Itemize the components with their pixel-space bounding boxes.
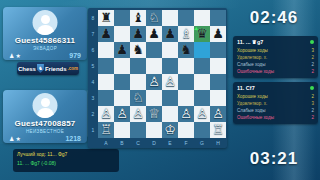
file-label-b: B xyxy=(114,138,130,147)
player-rating: 1218 xyxy=(65,135,81,142)
black-pawn: ♟ xyxy=(212,26,224,42)
logo-text-chess: Chess xyxy=(18,66,36,72)
best-move-text: Лучший ход: 11... Фg7 xyxy=(17,151,115,157)
square-a1[interactable]: ♖ xyxy=(98,122,114,138)
square-c5[interactable] xyxy=(130,58,146,74)
square-h1[interactable]: ♖ xyxy=(210,122,226,138)
file-label-f: F xyxy=(178,138,194,147)
square-c2[interactable]: ♙ xyxy=(130,106,146,122)
avatar-icon xyxy=(33,93,58,118)
white-pawn: ♙ xyxy=(100,106,112,122)
square-f8[interactable] xyxy=(178,10,194,26)
square-e4[interactable]: ♙ xyxy=(162,74,178,90)
quality-row-mistakes: Ошибочные ходы2 xyxy=(233,114,318,121)
square-f3[interactable] xyxy=(178,90,194,106)
square-h8[interactable] xyxy=(210,10,226,26)
square-c1[interactable] xyxy=(130,122,146,138)
player-badges: ♟★ xyxy=(9,52,22,59)
black-pawn: ♟ xyxy=(164,26,176,42)
rank-label-3: 3 xyxy=(88,90,98,106)
square-b2[interactable]: ♙ xyxy=(114,106,130,122)
analysis-box: Лучший ход: 11... Фg7 11. ... Фg7 (-0.08… xyxy=(13,149,119,172)
file-label-h: H xyxy=(210,138,226,147)
square-d6[interactable] xyxy=(146,42,162,58)
square-f2[interactable]: ♙ xyxy=(178,106,194,122)
quality-row-mistakes: Ошибочные ходы2 xyxy=(233,68,318,75)
avatar-icon xyxy=(33,10,58,35)
move-quality-dot-icon xyxy=(310,86,314,90)
square-e2[interactable] xyxy=(162,106,178,122)
square-g8[interactable] xyxy=(194,10,210,26)
square-e1[interactable]: ♔ xyxy=(162,122,178,138)
square-a8[interactable]: ♜ xyxy=(98,10,114,26)
panel-move-label: 11. Сf7 xyxy=(237,85,255,91)
white-bishop: ♗ xyxy=(180,26,192,42)
square-h5[interactable] xyxy=(210,58,226,74)
square-a2[interactable]: ♙ xyxy=(98,106,114,122)
white-pawn: ♙ xyxy=(212,106,224,122)
square-a3[interactable] xyxy=(98,90,114,106)
player-card-top: Guest45866311 ЭКВАДОР ♟★ 979 xyxy=(3,7,87,60)
white-rook: ♖ xyxy=(212,122,224,138)
square-d8[interactable]: ♘ xyxy=(146,10,162,26)
square-b4[interactable] xyxy=(114,74,130,90)
square-b8[interactable] xyxy=(114,10,130,26)
rank-label-5: 5 xyxy=(88,58,98,74)
black-pawn: ♟ xyxy=(132,26,144,42)
black-pawn: ♟ xyxy=(116,42,128,58)
rank-labels: 87654321 xyxy=(88,10,98,138)
shield-knight-icon: ♞ xyxy=(37,64,44,73)
square-d7[interactable]: ♟ xyxy=(146,26,162,42)
avatar-body xyxy=(37,108,54,118)
square-c8[interactable]: ♝ xyxy=(130,10,146,26)
game-screen: Guest45866311 ЭКВАДОР ♟★ 979 Chess ♞ Fri… xyxy=(0,0,320,180)
square-b6[interactable]: ♟ xyxy=(114,42,130,58)
square-b5[interactable] xyxy=(114,58,130,74)
star-icon: ★ xyxy=(15,136,21,142)
quality-row-good: Хорошие ходы3 xyxy=(233,47,318,54)
square-d1[interactable] xyxy=(146,122,162,138)
quality-row-weak: Слабые ходы2 xyxy=(233,61,318,68)
square-g5[interactable] xyxy=(194,58,210,74)
file-label-g: G xyxy=(194,138,210,147)
square-e6[interactable] xyxy=(162,42,178,58)
player-rating: 979 xyxy=(69,52,81,59)
square-h2[interactable]: ♙ xyxy=(210,106,226,122)
square-f6[interactable]: ♞ xyxy=(178,42,194,58)
file-label-c: C xyxy=(130,138,146,147)
square-e8[interactable] xyxy=(162,10,178,26)
square-c4[interactable] xyxy=(130,74,146,90)
square-f5[interactable] xyxy=(178,58,194,74)
chess-board: 87654321 ♜♝♘♟♟♟♟♗♛➤♟♟♞♞♙♙♘♙♙♙♕♙♙♙♖♔♖ ABC… xyxy=(88,8,227,148)
star-icon: ★ xyxy=(15,53,21,59)
logo-text-tld: .com xyxy=(68,66,79,71)
move-quality-panel-top: 11. ... ♛g7 Хорошие ходы3 Удовлетвор. х.… xyxy=(233,36,318,78)
black-pawn: ♟ xyxy=(100,26,112,42)
white-king: ♔ xyxy=(164,122,176,138)
file-label-d: D xyxy=(146,138,162,147)
rank-label-4: 4 xyxy=(88,74,98,90)
player-badges: ♟★ xyxy=(9,135,22,142)
black-knight: ♞ xyxy=(132,42,144,58)
square-b1[interactable] xyxy=(114,122,130,138)
black-bishop: ♝ xyxy=(132,10,144,26)
move-quality-dot-icon xyxy=(310,40,314,44)
quality-row-satisfactory: Удовлетвор. х.3 xyxy=(233,100,318,107)
square-e3[interactable] xyxy=(162,90,178,106)
played-move-text: 11. ... Фg7 (-0.08) xyxy=(17,160,115,166)
file-labels: ABCDEFGH xyxy=(98,138,226,147)
square-b7[interactable] xyxy=(114,26,130,42)
white-pawn: ♙ xyxy=(196,106,208,122)
quality-row-satisfactory: Удовлетвор. х.2 xyxy=(233,54,318,61)
chessfriends-logo: Chess ♞ Friends .com xyxy=(17,62,79,75)
white-pawn: ♙ xyxy=(116,106,128,122)
avatar-body xyxy=(37,25,54,35)
square-f4[interactable] xyxy=(178,74,194,90)
white-knight: ♘ xyxy=(148,10,160,26)
black-knight: ♞ xyxy=(180,42,192,58)
square-d2[interactable]: ♕ xyxy=(146,106,162,122)
white-pawn: ♙ xyxy=(164,74,176,90)
panel-move-label: 11. ... ♛g7 xyxy=(237,39,263,45)
square-g7[interactable]: ♛➤ xyxy=(194,26,210,42)
square-d4[interactable]: ♙ xyxy=(146,74,162,90)
player-card-bottom: Guest47008857 НЕИЗВЕСТНОЕ ♟★ 1218 xyxy=(3,90,87,143)
square-c6[interactable]: ♞ xyxy=(130,42,146,58)
square-g4[interactable] xyxy=(194,74,210,90)
white-pawn: ♙ xyxy=(148,74,160,90)
square-f1[interactable] xyxy=(178,122,194,138)
black-rook: ♜ xyxy=(100,10,112,26)
square-g3[interactable] xyxy=(194,90,210,106)
square-a4[interactable] xyxy=(98,74,114,90)
square-b3[interactable] xyxy=(114,90,130,106)
quality-row-good: Хорошие ходы2 xyxy=(233,93,318,100)
square-h6[interactable] xyxy=(210,42,226,58)
board-grid: ♜♝♘♟♟♟♟♗♛➤♟♟♞♞♙♙♘♙♙♙♕♙♙♙♖♔♖ xyxy=(98,10,226,138)
square-f7[interactable]: ♗ xyxy=(178,26,194,42)
quality-row-weak: Слабые ходы2 xyxy=(233,107,318,114)
square-d3[interactable] xyxy=(146,90,162,106)
clock-bottom-player: 03:21 xyxy=(234,149,314,169)
rank-label-7: 7 xyxy=(88,26,98,42)
logo-text-friends: Friends xyxy=(45,66,67,72)
white-pawn: ♙ xyxy=(180,106,192,122)
square-h7[interactable]: ♟ xyxy=(210,26,226,42)
square-e7[interactable]: ♟ xyxy=(162,26,178,42)
player-name: Guest47008857 xyxy=(3,119,87,128)
clock-top-player: 02:46 xyxy=(234,8,314,28)
square-h3[interactable] xyxy=(210,90,226,106)
avatar-head xyxy=(41,15,50,24)
white-queen: ♕ xyxy=(148,106,160,122)
white-rook: ♖ xyxy=(100,122,112,138)
square-a6[interactable] xyxy=(98,42,114,58)
rank-label-6: 6 xyxy=(88,42,98,58)
avatar-head xyxy=(41,98,50,107)
white-knight: ♘ xyxy=(132,90,144,106)
white-pawn: ♙ xyxy=(132,106,144,122)
file-label-e: E xyxy=(162,138,178,147)
rank-label-2: 2 xyxy=(88,106,98,122)
player-name: Guest45866311 xyxy=(3,36,87,45)
square-a7[interactable]: ♟ xyxy=(98,26,114,42)
square-h4[interactable] xyxy=(210,74,226,90)
square-c7[interactable]: ♟ xyxy=(130,26,146,42)
square-e5[interactable] xyxy=(162,58,178,74)
rank-label-1: 1 xyxy=(88,122,98,138)
square-g1[interactable] xyxy=(194,122,210,138)
black-pawn: ♟ xyxy=(148,26,160,42)
square-g2[interactable]: ♙ xyxy=(194,106,210,122)
square-d5[interactable] xyxy=(146,58,162,74)
square-c3[interactable]: ♘ xyxy=(130,90,146,106)
move-quality-panel-bottom: 11. Сf7 Хорошие ходы2 Удовлетвор. х.3 Сл… xyxy=(233,82,318,124)
rank-label-8: 8 xyxy=(88,10,98,26)
square-a5[interactable] xyxy=(98,58,114,74)
file-label-a: A xyxy=(98,138,114,147)
square-g6[interactable] xyxy=(194,42,210,58)
